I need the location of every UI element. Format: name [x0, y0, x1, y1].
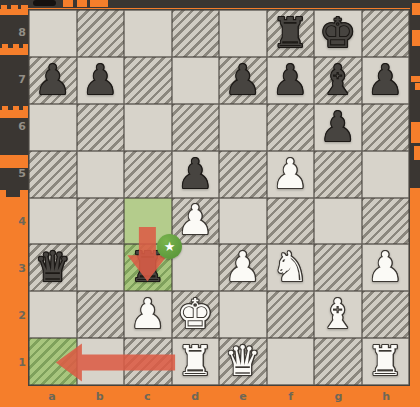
square-b1[interactable] — [77, 338, 125, 385]
piece-white-knight: ♞ — [272, 247, 309, 288]
square-d2[interactable]: ♚ — [172, 291, 220, 338]
square-c5[interactable] — [124, 151, 172, 198]
square-d1[interactable]: ♜ — [172, 338, 220, 385]
file-label-e: e — [219, 389, 267, 404]
piece-white-pawn: ♟ — [272, 154, 309, 195]
square-b2[interactable] — [77, 291, 125, 338]
square-e7[interactable]: ♟ — [219, 57, 267, 104]
decor-block — [415, 83, 420, 90]
piece-white-queen: ♛ — [224, 341, 261, 382]
square-h7[interactable]: ♟ — [362, 57, 410, 104]
file-label-h: h — [362, 389, 410, 404]
piece-black-bishop: ♝ — [319, 60, 356, 101]
square-f6[interactable] — [267, 104, 315, 151]
square-b8[interactable] — [77, 10, 125, 57]
square-e2[interactable] — [219, 291, 267, 338]
piece-black-pawn: ♟ — [319, 107, 356, 148]
square-f4[interactable] — [267, 198, 315, 245]
square-g8[interactable]: ♚ — [314, 10, 362, 57]
square-a7[interactable]: ♟ — [29, 57, 77, 104]
chess-board: ♜♚♟♟♟♟♝♟♟♟♟♟♛♜♟♞♟♟♚♝♜♛♜ — [28, 9, 410, 386]
square-h5[interactable] — [362, 151, 410, 198]
square-d6[interactable] — [172, 104, 220, 151]
best-move-star-badge: ★ — [157, 234, 182, 259]
square-e6[interactable] — [219, 104, 267, 151]
square-g5[interactable] — [314, 151, 362, 198]
decor-block — [412, 30, 420, 46]
square-f8[interactable]: ♜ — [267, 10, 315, 57]
chess-lesson-frame: ♜♚♟♟♟♟♝♟♟♟♟♟♛♜♟♞♟♟♚♝♜♛♜ 87654321abcdefgh… — [0, 0, 420, 407]
piece-black-king: ♚ — [319, 13, 356, 54]
piece-black-queen: ♛ — [34, 247, 71, 288]
square-h1[interactable]: ♜ — [362, 338, 410, 385]
piece-black-pawn: ♟ — [224, 60, 261, 101]
square-c1[interactable] — [124, 338, 172, 385]
square-f3[interactable]: ♞ — [267, 244, 315, 291]
square-b7[interactable]: ♟ — [77, 57, 125, 104]
decor-block — [411, 122, 420, 143]
piece-black-pawn: ♟ — [34, 60, 71, 101]
square-h6[interactable] — [362, 104, 410, 151]
battlement-tooth — [2, 106, 8, 110]
piece-white-bishop: ♝ — [319, 294, 356, 335]
square-b3[interactable] — [77, 244, 125, 291]
square-h8[interactable] — [362, 10, 410, 57]
square-e8[interactable] — [219, 10, 267, 57]
file-label-f: f — [267, 389, 315, 404]
square-g4[interactable] — [314, 198, 362, 245]
square-g3[interactable] — [314, 244, 362, 291]
square-d8[interactable] — [172, 10, 220, 57]
square-e4[interactable] — [219, 198, 267, 245]
square-g1[interactable] — [314, 338, 362, 385]
piece-white-pawn: ♟ — [129, 294, 166, 335]
battlement-tooth — [1, 5, 7, 9]
top-bar-fragment — [90, 0, 108, 7]
square-h4[interactable] — [362, 198, 410, 245]
star-icon: ★ — [164, 240, 176, 253]
square-f5[interactable]: ♟ — [267, 151, 315, 198]
piece-black-rook: ♜ — [272, 13, 309, 54]
piece-white-king: ♚ — [177, 294, 214, 335]
battlement-tooth — [2, 44, 8, 48]
square-c7[interactable] — [124, 57, 172, 104]
square-f1[interactable] — [267, 338, 315, 385]
top-bar-fragment — [63, 0, 73, 7]
square-b6[interactable] — [77, 104, 125, 151]
square-g2[interactable]: ♝ — [314, 291, 362, 338]
file-label-a: a — [28, 389, 76, 404]
square-d5[interactable]: ♟ — [172, 151, 220, 198]
top-bar-fragment — [77, 0, 87, 7]
piece-black-pawn: ♟ — [82, 60, 119, 101]
decor-block — [411, 76, 420, 82]
square-f2[interactable] — [267, 291, 315, 338]
piece-black-pawn: ♟ — [367, 60, 404, 101]
square-d7[interactable] — [172, 57, 220, 104]
file-label-d: d — [171, 389, 219, 404]
square-h3[interactable]: ♟ — [362, 244, 410, 291]
piece-white-pawn: ♟ — [224, 247, 261, 288]
square-c8[interactable] — [124, 10, 172, 57]
square-c6[interactable] — [124, 104, 172, 151]
square-g7[interactable]: ♝ — [314, 57, 362, 104]
square-c2[interactable]: ♟ — [124, 291, 172, 338]
piece-black-pawn: ♟ — [177, 154, 214, 195]
square-b4[interactable] — [77, 198, 125, 245]
square-f7[interactable]: ♟ — [267, 57, 315, 104]
square-a4[interactable] — [29, 198, 77, 245]
piece-white-rook: ♜ — [367, 341, 404, 382]
square-a1[interactable] — [29, 338, 77, 385]
square-e3[interactable]: ♟ — [219, 244, 267, 291]
square-a3[interactable]: ♛ — [29, 244, 77, 291]
square-a8[interactable] — [29, 10, 77, 57]
square-a5[interactable] — [29, 151, 77, 198]
piece-white-pawn: ♟ — [177, 200, 214, 241]
square-e5[interactable] — [219, 151, 267, 198]
file-label-b: b — [76, 389, 124, 404]
square-g6[interactable]: ♟ — [314, 104, 362, 151]
file-label-g: g — [315, 389, 363, 404]
file-label-c: c — [124, 389, 172, 404]
decor-block — [414, 146, 420, 160]
decor-block — [412, 3, 420, 15]
piece-white-pawn: ♟ — [367, 247, 404, 288]
square-h2[interactable] — [362, 291, 410, 338]
square-e1[interactable]: ♛ — [219, 338, 267, 385]
square-a2[interactable] — [29, 291, 77, 338]
piece-black-pawn: ♟ — [272, 60, 309, 101]
piece-white-rook: ♜ — [177, 341, 214, 382]
square-a6[interactable] — [29, 104, 77, 151]
top-bar-fragment — [33, 0, 56, 6]
square-b5[interactable] — [77, 151, 125, 198]
